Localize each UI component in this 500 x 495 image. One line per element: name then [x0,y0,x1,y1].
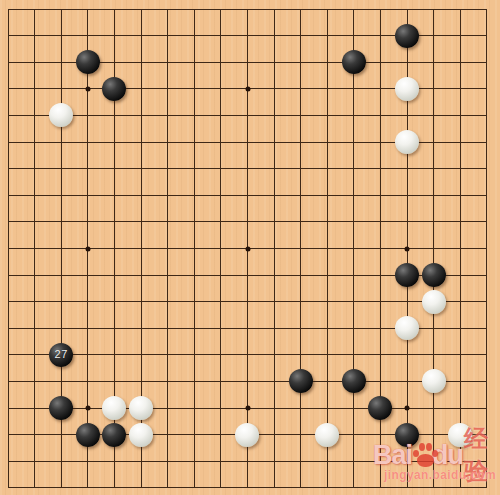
board-point[interactable] [340,341,367,368]
board-point[interactable] [367,155,394,182]
board-point[interactable] [181,474,208,495]
board-point[interactable] [154,155,181,182]
board-point[interactable] [234,102,261,129]
board-point[interactable] [21,315,48,342]
board-point[interactable] [340,235,367,262]
board-point[interactable] [128,49,155,76]
board-point[interactable] [0,235,21,262]
board-point[interactable] [128,474,155,495]
board-point[interactable] [48,155,75,182]
board-point[interactable] [74,22,101,49]
board-point[interactable] [0,262,21,289]
board-point[interactable] [21,395,48,422]
board-point[interactable] [0,129,21,156]
board-point[interactable] [154,129,181,156]
board-point[interactable] [181,0,208,22]
board-point[interactable] [420,395,447,422]
board-point[interactable] [181,235,208,262]
board-point[interactable] [340,75,367,102]
board-point[interactable] [207,315,234,342]
board-point[interactable] [154,75,181,102]
board-point[interactable] [473,341,500,368]
board-point[interactable] [181,75,208,102]
board-point[interactable] [207,0,234,22]
board-point[interactable] [234,129,261,156]
board-point[interactable] [234,182,261,209]
board-point[interactable] [154,208,181,235]
board-point[interactable] [473,474,500,495]
board-point[interactable] [340,474,367,495]
board-point[interactable] [234,288,261,315]
board-point[interactable] [340,421,367,448]
board-point[interactable] [394,448,421,475]
board-point[interactable] [101,0,128,22]
board-point[interactable] [74,262,101,289]
board-point[interactable] [314,448,341,475]
board-point[interactable] [367,288,394,315]
board-point[interactable] [261,22,288,49]
board-point[interactable] [0,421,21,448]
board-point[interactable] [234,235,261,262]
board-point[interactable] [420,102,447,129]
board-point[interactable] [181,341,208,368]
board-point[interactable] [261,49,288,76]
board-point[interactable] [261,315,288,342]
board-point[interactable] [207,341,234,368]
board-point[interactable] [314,262,341,289]
board-point[interactable] [101,448,128,475]
board-point[interactable] [367,448,394,475]
board-point[interactable] [314,235,341,262]
board-point[interactable] [234,341,261,368]
board-point[interactable] [447,315,474,342]
board-point[interactable] [473,262,500,289]
board-point[interactable] [74,75,101,102]
board-point[interactable] [287,182,314,209]
board-point[interactable] [21,235,48,262]
board-point[interactable] [287,235,314,262]
board-point[interactable] [473,129,500,156]
board-point[interactable] [181,49,208,76]
board-point[interactable] [261,448,288,475]
board-point[interactable] [128,448,155,475]
board-point[interactable] [287,474,314,495]
board-point[interactable] [0,315,21,342]
board-point[interactable] [48,315,75,342]
board-point[interactable] [473,368,500,395]
board-point[interactable] [394,155,421,182]
board-point[interactable] [367,22,394,49]
board-point[interactable] [234,368,261,395]
board-point[interactable] [48,49,75,76]
board-point[interactable] [420,22,447,49]
board-point[interactable] [340,262,367,289]
board-point[interactable] [0,288,21,315]
board-point[interactable] [447,208,474,235]
board-point[interactable] [314,0,341,22]
board-point[interactable] [367,368,394,395]
board-point[interactable] [74,208,101,235]
board-point[interactable] [234,448,261,475]
board-point[interactable] [420,129,447,156]
board-point[interactable] [207,155,234,182]
board-point[interactable] [101,102,128,129]
board-point[interactable] [21,49,48,76]
board-point[interactable] [447,448,474,475]
board-point[interactable] [234,315,261,342]
board-point[interactable] [473,155,500,182]
board-point[interactable] [48,208,75,235]
board-point[interactable] [181,129,208,156]
board-point[interactable] [367,421,394,448]
board-point[interactable] [48,235,75,262]
board-point[interactable] [0,49,21,76]
board-point[interactable] [287,262,314,289]
board-point[interactable] [234,155,261,182]
board-point[interactable] [287,129,314,156]
board-point[interactable] [234,262,261,289]
board-point[interactable] [340,315,367,342]
board-point[interactable] [314,182,341,209]
board-point[interactable] [48,75,75,102]
board-point[interactable] [261,75,288,102]
board-point[interactable] [473,288,500,315]
board-point[interactable] [394,235,421,262]
board-point[interactable] [447,102,474,129]
board-point[interactable] [21,0,48,22]
board-point[interactable] [420,0,447,22]
board-point[interactable] [261,129,288,156]
board-point[interactable] [314,75,341,102]
board-point[interactable] [0,75,21,102]
board-point[interactable] [473,395,500,422]
board-point[interactable] [74,368,101,395]
board-point[interactable] [0,208,21,235]
board-point[interactable] [128,129,155,156]
board-point[interactable] [21,448,48,475]
board-point[interactable] [128,288,155,315]
board-point[interactable] [261,182,288,209]
board-point[interactable] [261,341,288,368]
board-point[interactable] [128,102,155,129]
board-point[interactable] [0,22,21,49]
board-point[interactable] [314,155,341,182]
board-point[interactable] [207,262,234,289]
board-point[interactable] [340,182,367,209]
board-point[interactable] [154,182,181,209]
board-point[interactable] [207,235,234,262]
board-point[interactable] [101,49,128,76]
board-point[interactable] [21,129,48,156]
board-point[interactable] [261,235,288,262]
board-point[interactable] [420,315,447,342]
board-point[interactable] [207,368,234,395]
board-point[interactable] [207,288,234,315]
board-point[interactable] [447,288,474,315]
board-point[interactable] [314,368,341,395]
board-point[interactable] [74,102,101,129]
board-point[interactable] [314,315,341,342]
board-point[interactable] [473,22,500,49]
board-point[interactable] [48,129,75,156]
board-point[interactable] [207,75,234,102]
board-point[interactable] [473,49,500,76]
board-point[interactable] [340,129,367,156]
board-point[interactable] [181,182,208,209]
board-point[interactable] [48,474,75,495]
board-point[interactable] [394,49,421,76]
board-point[interactable] [261,395,288,422]
board-point[interactable] [394,341,421,368]
board-point[interactable] [394,368,421,395]
board-point[interactable] [314,22,341,49]
board-point[interactable] [74,129,101,156]
board-point[interactable] [447,235,474,262]
board-point[interactable] [420,421,447,448]
board-point[interactable] [447,155,474,182]
board-point[interactable] [0,448,21,475]
board-point[interactable] [154,341,181,368]
board-point[interactable] [447,0,474,22]
board-point[interactable] [101,368,128,395]
board-point[interactable] [101,208,128,235]
board-point[interactable] [101,22,128,49]
board-point[interactable] [287,75,314,102]
board-point[interactable] [21,262,48,289]
board-point[interactable] [394,102,421,129]
board-point[interactable] [287,22,314,49]
board-point[interactable] [101,474,128,495]
board-point[interactable] [420,474,447,495]
board-point[interactable] [261,262,288,289]
board-point[interactable] [0,341,21,368]
board-point[interactable] [181,102,208,129]
board-point[interactable] [261,102,288,129]
board-point[interactable] [261,155,288,182]
board-point[interactable] [74,0,101,22]
board-point[interactable] [74,315,101,342]
board-point[interactable] [154,395,181,422]
board-point[interactable] [314,474,341,495]
board-point[interactable] [128,155,155,182]
board-point[interactable] [287,341,314,368]
board-point[interactable] [314,208,341,235]
board-point[interactable] [340,22,367,49]
board-point[interactable] [21,75,48,102]
board-point[interactable] [48,22,75,49]
board-point[interactable] [473,208,500,235]
board-point[interactable] [287,288,314,315]
board-point[interactable] [154,421,181,448]
board-point[interactable] [128,208,155,235]
board-point[interactable] [287,49,314,76]
board-point[interactable] [48,262,75,289]
board-point[interactable] [261,208,288,235]
board-point[interactable] [367,102,394,129]
board-point[interactable] [420,208,447,235]
board-point[interactable] [101,129,128,156]
board-point[interactable] [287,102,314,129]
board-point[interactable] [340,395,367,422]
board-point[interactable] [128,341,155,368]
board-point[interactable] [447,368,474,395]
board-point[interactable] [74,155,101,182]
board-point[interactable] [394,288,421,315]
board-point[interactable] [394,0,421,22]
board-point[interactable] [447,22,474,49]
board-point[interactable] [287,208,314,235]
board-point[interactable] [287,315,314,342]
board-point[interactable] [340,288,367,315]
board-point[interactable] [447,49,474,76]
board-point[interactable] [74,235,101,262]
board-point[interactable] [128,368,155,395]
board-point[interactable] [0,474,21,495]
board-point[interactable] [21,368,48,395]
board-point[interactable] [447,341,474,368]
board-point[interactable] [473,75,500,102]
board-point[interactable] [207,49,234,76]
board-point[interactable] [21,288,48,315]
board-point[interactable] [340,448,367,475]
board-point[interactable] [74,474,101,495]
board-point[interactable] [154,448,181,475]
board-point[interactable] [154,235,181,262]
board-point[interactable] [367,474,394,495]
board-point[interactable] [154,288,181,315]
board-point[interactable] [447,129,474,156]
board-point[interactable] [21,474,48,495]
board-point[interactable] [207,208,234,235]
board-point[interactable] [234,0,261,22]
board-point[interactable] [48,421,75,448]
board-point[interactable] [101,288,128,315]
board-point[interactable] [314,102,341,129]
board-point[interactable] [0,395,21,422]
board-point[interactable] [287,421,314,448]
board-point[interactable] [314,49,341,76]
board-point[interactable] [0,102,21,129]
board-point[interactable] [447,262,474,289]
board-point[interactable] [207,182,234,209]
board-point[interactable] [0,182,21,209]
board-point[interactable] [101,235,128,262]
board-point[interactable] [74,182,101,209]
board-point[interactable] [207,421,234,448]
board-point[interactable] [261,0,288,22]
board-point[interactable] [21,341,48,368]
board-point[interactable] [420,155,447,182]
board-point[interactable] [420,235,447,262]
board-point[interactable] [181,368,208,395]
board-point[interactable] [367,341,394,368]
board-point[interactable] [447,474,474,495]
board-point[interactable] [367,315,394,342]
board-point[interactable] [101,341,128,368]
board-point[interactable] [367,0,394,22]
board-point[interactable] [261,288,288,315]
board-point[interactable] [261,421,288,448]
board-point[interactable] [181,448,208,475]
board-point[interactable] [48,288,75,315]
board-point[interactable] [74,288,101,315]
board-point[interactable] [420,182,447,209]
board-point[interactable] [181,155,208,182]
board-point[interactable] [101,262,128,289]
board-point[interactable] [0,0,21,22]
board-point[interactable] [181,22,208,49]
board-point[interactable] [0,368,21,395]
board-point[interactable] [367,75,394,102]
board-point[interactable] [154,0,181,22]
board-point[interactable] [181,262,208,289]
board-point[interactable] [420,49,447,76]
board-point[interactable] [154,22,181,49]
board-point[interactable] [287,395,314,422]
board-point[interactable] [48,448,75,475]
board-point[interactable] [154,102,181,129]
board-point[interactable] [128,315,155,342]
board-point[interactable] [261,368,288,395]
board-point[interactable] [154,315,181,342]
board-point[interactable] [473,315,500,342]
board-point[interactable] [234,395,261,422]
board-point[interactable] [21,155,48,182]
board-point[interactable] [261,474,288,495]
board-point[interactable] [447,395,474,422]
board-point[interactable] [234,208,261,235]
board-point[interactable] [181,315,208,342]
board-point[interactable] [367,49,394,76]
board-point[interactable] [128,22,155,49]
board-point[interactable] [447,75,474,102]
board-point[interactable] [0,155,21,182]
board-point[interactable] [21,102,48,129]
board-point[interactable] [314,395,341,422]
board-point[interactable] [154,262,181,289]
board-point[interactable] [340,0,367,22]
board-point[interactable] [473,0,500,22]
board-point[interactable] [154,49,181,76]
board-point[interactable] [367,129,394,156]
board-point[interactable] [394,395,421,422]
board-point[interactable] [181,208,208,235]
board-point[interactable] [207,395,234,422]
board-point[interactable] [48,0,75,22]
board-point[interactable] [154,474,181,495]
board-point[interactable] [314,288,341,315]
board-point[interactable] [340,155,367,182]
board-point[interactable] [21,182,48,209]
board-point[interactable] [207,474,234,495]
board-point[interactable] [473,102,500,129]
board-point[interactable] [181,421,208,448]
board-point[interactable] [101,182,128,209]
board-point[interactable] [314,341,341,368]
board-point[interactable] [394,182,421,209]
board-point[interactable] [207,129,234,156]
board-point[interactable] [234,22,261,49]
board-point[interactable] [101,155,128,182]
board-point[interactable] [181,395,208,422]
board-point[interactable] [48,182,75,209]
board-point[interactable] [48,368,75,395]
board-point[interactable] [394,208,421,235]
board-point[interactable] [473,421,500,448]
board-point[interactable] [128,75,155,102]
board-point[interactable] [207,102,234,129]
board-point[interactable] [74,395,101,422]
